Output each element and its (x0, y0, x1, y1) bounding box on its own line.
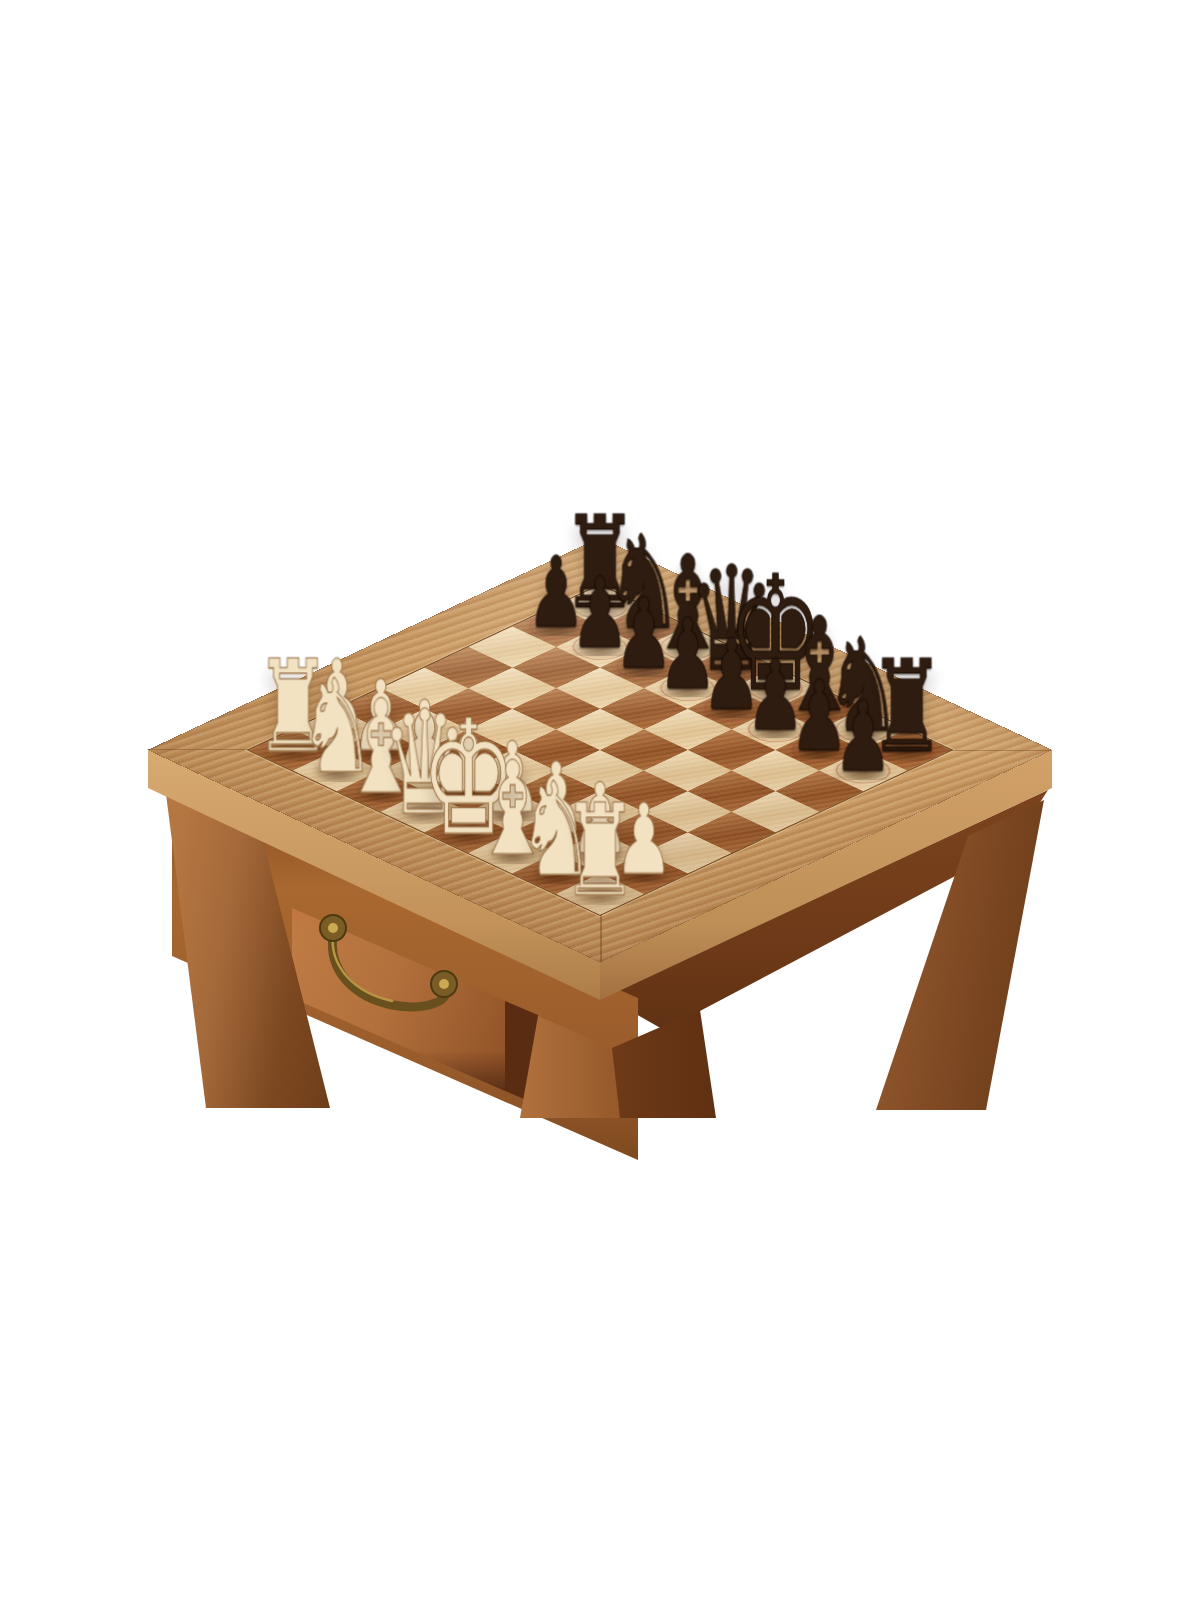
square-g6[interactable] (732, 750, 820, 791)
chess-table-photo: ♜♞♝♛♚♝♞♜♟♟♟♟♟♟♟♟♟♟♟♟♟♟♟♟♜♞♝♛♚♝♞♜ (0, 0, 1200, 1600)
frame-miter-bottom (600, 915, 602, 963)
square-f6[interactable] (688, 729, 776, 770)
chess-table-top: ♜♞♝♛♚♝♞♜♟♟♟♟♟♟♟♟♟♟♟♟♟♟♟♟♜♞♝♛♚♝♞♜ (147, 538, 1052, 963)
square-h6[interactable] (775, 771, 863, 812)
square-h1[interactable]: ♜ (556, 873, 644, 914)
chess-board: ♜♞♝♛♚♝♞♜♟♟♟♟♟♟♟♟♟♟♟♟♟♟♟♟♜♞♝♛♚♝♞♜ (246, 584, 953, 916)
frame-miter-left (147, 749, 249, 750)
frame-miter-right (951, 750, 1053, 751)
tabletop-scene: ♜♞♝♛♚♝♞♜♟♟♟♟♟♟♟♟♟♟♟♟♟♟♟♟♜♞♝♛♚♝♞♜ (0, 0, 1200, 1600)
